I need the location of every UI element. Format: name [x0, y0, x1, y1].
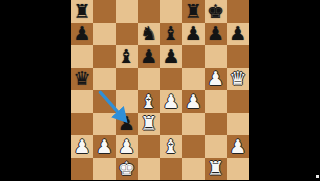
white-pawn-h2: ♟ — [227, 135, 249, 158]
square-b7[interactable] — [93, 23, 115, 46]
square-g3[interactable] — [205, 113, 227, 136]
black-pawn-h7: ♟ — [227, 23, 249, 46]
square-b4[interactable] — [93, 90, 115, 113]
square-d7[interactable]: ♞ — [138, 23, 160, 46]
white-pawn-c2: ♟ — [116, 135, 138, 158]
black-rook-a8: ♜ — [71, 0, 93, 23]
white-rook-d3: ♜ — [138, 113, 160, 136]
white-pawn-e4: ♟ — [160, 90, 182, 113]
square-b2[interactable]: ♟ — [93, 135, 115, 158]
square-c4[interactable] — [116, 90, 138, 113]
square-g5[interactable]: ♟ — [205, 68, 227, 91]
square-h7[interactable]: ♟ — [227, 23, 249, 46]
black-king-g8: ♚ — [205, 0, 227, 23]
black-pawn-e6: ♟ — [160, 45, 182, 68]
square-g8[interactable]: ♚ — [205, 0, 227, 23]
square-e8[interactable] — [160, 0, 182, 23]
square-d8[interactable] — [138, 0, 160, 23]
square-c5[interactable] — [116, 68, 138, 91]
square-h4[interactable] — [227, 90, 249, 113]
black-bishop-c6: ♝ — [116, 45, 138, 68]
white-bishop-e2: ♝ — [160, 135, 182, 158]
square-h3[interactable] — [227, 113, 249, 136]
square-e3[interactable] — [160, 113, 182, 136]
square-f5[interactable] — [182, 68, 204, 91]
square-c1[interactable]: ♚ — [116, 158, 138, 181]
square-a7[interactable]: ♟ — [71, 23, 93, 46]
black-pawn-f7: ♟ — [182, 23, 204, 46]
white-pawn-b2: ♟ — [93, 135, 115, 158]
square-d3[interactable]: ♜ — [138, 113, 160, 136]
square-f4[interactable]: ♟ — [182, 90, 204, 113]
square-g2[interactable] — [205, 135, 227, 158]
square-d5[interactable] — [138, 68, 160, 91]
square-b8[interactable] — [93, 0, 115, 23]
white-rook-g1: ♜ — [205, 158, 227, 181]
square-c3[interactable]: ♟ — [116, 113, 138, 136]
square-f7[interactable]: ♟ — [182, 23, 204, 46]
white-king-c1: ♚ — [116, 158, 138, 181]
square-c7[interactable] — [116, 23, 138, 46]
square-d1[interactable] — [138, 158, 160, 181]
square-h6[interactable] — [227, 45, 249, 68]
black-pawn-a7: ♟ — [71, 23, 93, 46]
square-d2[interactable] — [138, 135, 160, 158]
square-f6[interactable] — [182, 45, 204, 68]
black-pawn-g7: ♟ — [205, 23, 227, 46]
square-f2[interactable] — [182, 135, 204, 158]
square-d4[interactable]: ♝ — [138, 90, 160, 113]
black-pawn-d6: ♟ — [138, 45, 160, 68]
square-e5[interactable] — [160, 68, 182, 91]
square-h8[interactable] — [227, 0, 249, 23]
corner-artifact-dot — [316, 175, 319, 178]
square-h2[interactable]: ♟ — [227, 135, 249, 158]
square-b1[interactable] — [93, 158, 115, 181]
white-queen-h5: ♛ — [227, 68, 249, 91]
square-g6[interactable] — [205, 45, 227, 68]
square-a8[interactable]: ♜ — [71, 0, 93, 23]
square-a5[interactable]: ♛ — [71, 68, 93, 91]
square-e2[interactable]: ♝ — [160, 135, 182, 158]
square-f3[interactable] — [182, 113, 204, 136]
square-g1[interactable]: ♜ — [205, 158, 227, 181]
square-c2[interactable]: ♟ — [116, 135, 138, 158]
square-g7[interactable]: ♟ — [205, 23, 227, 46]
white-pawn-g5: ♟ — [205, 68, 227, 91]
white-pawn-f4: ♟ — [182, 90, 204, 113]
square-e1[interactable] — [160, 158, 182, 181]
square-a2[interactable]: ♟ — [71, 135, 93, 158]
square-c8[interactable] — [116, 0, 138, 23]
square-a4[interactable] — [71, 90, 93, 113]
square-b3[interactable] — [93, 113, 115, 136]
chess-board: ♜♜♚♟♞♝♟♟♟♝♟♟♛♟♛♝♟♟♟♜♟♟♟♝♟♚♜ — [71, 0, 249, 180]
square-b5[interactable] — [93, 68, 115, 91]
square-a3[interactable] — [71, 113, 93, 136]
square-c6[interactable]: ♝ — [116, 45, 138, 68]
white-pawn-a2: ♟ — [71, 135, 93, 158]
square-a6[interactable] — [71, 45, 93, 68]
square-f1[interactable] — [182, 158, 204, 181]
square-g4[interactable] — [205, 90, 227, 113]
square-e4[interactable]: ♟ — [160, 90, 182, 113]
square-d6[interactable]: ♟ — [138, 45, 160, 68]
black-knight-d7: ♞ — [138, 23, 160, 46]
square-a1[interactable] — [71, 158, 93, 181]
black-pawn-c3: ♟ — [116, 113, 138, 136]
square-f8[interactable]: ♜ — [182, 0, 204, 23]
black-bishop-e7: ♝ — [160, 23, 182, 46]
app-background: ♜♜♚♟♞♝♟♟♟♝♟♟♛♟♛♝♟♟♟♜♟♟♟♝♟♚♜ — [0, 0, 320, 180]
square-e6[interactable]: ♟ — [160, 45, 182, 68]
black-queen-a5: ♛ — [71, 68, 93, 91]
black-rook-f8: ♜ — [182, 0, 204, 23]
square-h1[interactable] — [227, 158, 249, 181]
white-bishop-d4: ♝ — [138, 90, 160, 113]
square-e7[interactable]: ♝ — [160, 23, 182, 46]
square-b6[interactable] — [93, 45, 115, 68]
square-h5[interactable]: ♛ — [227, 68, 249, 91]
